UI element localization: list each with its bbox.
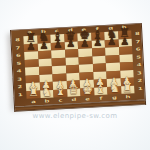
chess-board-scene: abcdefgh8♜♞♝♛♚♝♞♜87♟♟♟♟♟♟♟♟7665544332♟♟♟… — [10, 23, 146, 112]
black-pawn: ♟ — [121, 37, 130, 47]
white-pawn: ♟ — [28, 81, 37, 91]
black-pawn: ♟ — [40, 41, 49, 51]
watermark: www.elenpipe-sw.com — [0, 112, 150, 120]
black-pawn: ♟ — [94, 38, 103, 48]
frame-corner — [134, 93, 146, 101]
white-pawn: ♟ — [109, 76, 118, 86]
file-label-b: b — [40, 97, 54, 105]
file-label-a: a — [27, 98, 41, 106]
white-pawn: ♟ — [123, 76, 132, 86]
black-pawn: ♟ — [26, 42, 35, 52]
file-label-h: h — [121, 93, 135, 101]
file-label-e: e — [81, 95, 95, 103]
square-c1: ♝ — [53, 89, 67, 98]
frame-corner — [15, 99, 27, 107]
white-pawn: ♟ — [96, 77, 105, 87]
product-photo: abcdefgh8♜♞♝♛♚♝♞♜87♟♟♟♟♟♟♟♟7665544332♟♟♟… — [0, 0, 150, 150]
file-label-c: c — [54, 97, 68, 105]
file-label-g: g — [108, 94, 122, 102]
square-g1: ♞ — [107, 86, 121, 95]
square-f1: ♝ — [94, 87, 108, 96]
white-pawn: ♟ — [42, 80, 51, 90]
file-label-d: d — [67, 96, 81, 104]
black-pawn: ♟ — [107, 37, 116, 47]
square-e1: ♚ — [80, 87, 94, 96]
file-label-f: f — [94, 95, 108, 103]
black-pawn: ♟ — [80, 39, 89, 49]
square-a1: ♜ — [26, 90, 40, 99]
black-pawn: ♟ — [53, 40, 62, 50]
black-pawn: ♟ — [67, 39, 76, 49]
square-b1: ♞ — [40, 90, 54, 99]
chess-board: abcdefgh8♜♞♝♛♚♝♞♜87♟♟♟♟♟♟♟♟7665544332♟♟♟… — [10, 23, 146, 107]
white-pawn: ♟ — [69, 79, 78, 89]
square-h1: ♜ — [121, 85, 135, 94]
square-d1: ♛ — [67, 88, 81, 97]
white-pawn: ♟ — [55, 79, 64, 89]
white-pawn: ♟ — [82, 78, 91, 88]
